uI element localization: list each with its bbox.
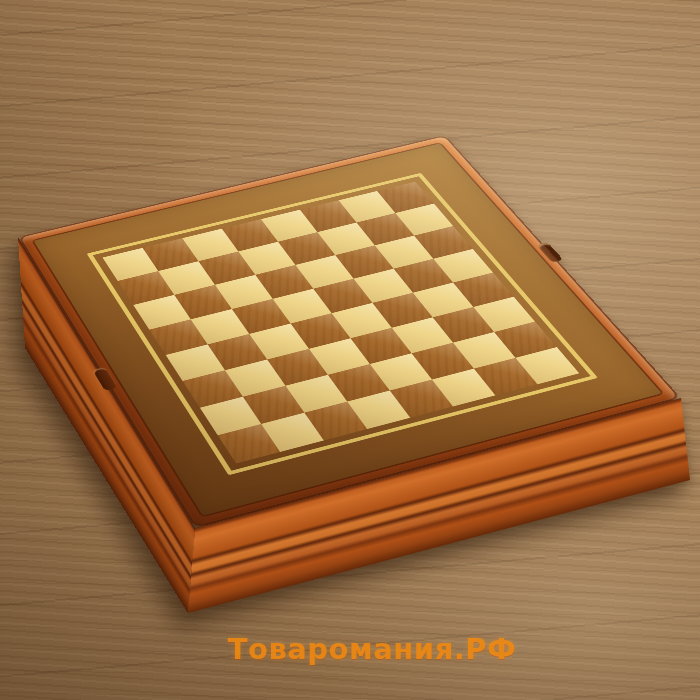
chess-box: [0, 0, 700, 700]
scene: Товаромания.РФ: [0, 0, 700, 700]
store-watermark: Товаромания.РФ: [228, 632, 517, 666]
